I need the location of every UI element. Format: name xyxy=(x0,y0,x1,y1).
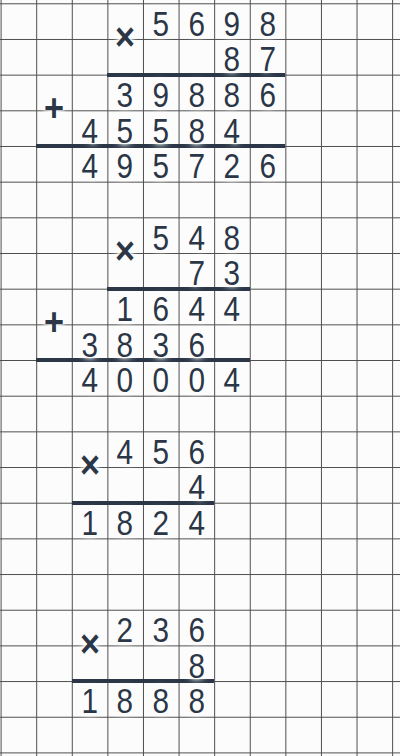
digit-cell: 4 xyxy=(181,219,211,255)
digit-cell: 6 xyxy=(181,433,211,469)
digit-cell: 6 xyxy=(181,5,211,41)
digit-cell: 2 xyxy=(217,148,247,184)
digit-cell: 5 xyxy=(146,148,176,184)
digit-cell: 6 xyxy=(181,326,211,362)
squared-paper-page: 5698873988645584495726548731644383640004… xyxy=(0,0,400,756)
plus-sign: + xyxy=(44,89,64,127)
digit-cell: 8 xyxy=(181,112,211,148)
digit-cell: 0 xyxy=(110,362,140,398)
digit-cell: 4 xyxy=(217,362,247,398)
times-sign: × xyxy=(80,446,100,484)
digit-cell: 9 xyxy=(110,148,140,184)
digit-cell: 9 xyxy=(217,5,247,41)
times-sign: × xyxy=(115,232,135,270)
digit-cell: 4 xyxy=(181,469,211,505)
digit-cell: 3 xyxy=(74,326,104,362)
digit-cell: 2 xyxy=(146,505,176,541)
digit-cell: 1 xyxy=(110,291,140,327)
digit-cell: 6 xyxy=(252,148,282,184)
digit-cell: 4 xyxy=(74,112,104,148)
digit-cell: 3 xyxy=(217,255,247,291)
digit-cell: 8 xyxy=(217,77,247,113)
digit-cell: 2 xyxy=(110,612,140,648)
digit-cell: 7 xyxy=(181,148,211,184)
times-sign: × xyxy=(115,18,135,56)
digit-cell: 3 xyxy=(146,612,176,648)
digit-cell: 4 xyxy=(217,112,247,148)
digit-cell: 8 xyxy=(217,219,247,255)
digit-cell: 4 xyxy=(110,433,140,469)
digit-cell: 7 xyxy=(181,255,211,291)
digit-cell: 8 xyxy=(181,77,211,113)
digit-cell: 8 xyxy=(217,41,247,77)
digit-cell: 8 xyxy=(110,683,140,719)
digit-cell: 4 xyxy=(74,148,104,184)
digit-cell: 9 xyxy=(146,77,176,113)
plus-sign: + xyxy=(44,303,64,341)
digit-cell: 6 xyxy=(252,77,282,113)
digit-cell: 4 xyxy=(217,291,247,327)
digit-cell: 8 xyxy=(181,683,211,719)
digit-cell: 5 xyxy=(146,5,176,41)
digit-cell: 0 xyxy=(181,362,211,398)
digit-cell: 3 xyxy=(110,77,140,113)
digit-cell: 4 xyxy=(181,291,211,327)
digit-cell: 4 xyxy=(74,362,104,398)
digit-cell: 3 xyxy=(146,326,176,362)
digit-cell: 5 xyxy=(146,112,176,148)
digit-cell: 6 xyxy=(181,612,211,648)
times-sign: × xyxy=(80,625,100,663)
digit-cell: 8 xyxy=(146,683,176,719)
digit-cell: 8 xyxy=(110,326,140,362)
digit-cell: 7 xyxy=(252,41,282,77)
digit-cell: 5 xyxy=(110,112,140,148)
digit-cell: 8 xyxy=(181,647,211,683)
digit-cell: 1 xyxy=(74,505,104,541)
digit-cell: 5 xyxy=(146,219,176,255)
digit-cell: 1 xyxy=(74,683,104,719)
digit-cell: 6 xyxy=(146,291,176,327)
digit-cell: 8 xyxy=(252,5,282,41)
digit-cell: 0 xyxy=(146,362,176,398)
digit-cell: 4 xyxy=(181,505,211,541)
digit-cell: 8 xyxy=(110,505,140,541)
digit-cell: 5 xyxy=(146,433,176,469)
